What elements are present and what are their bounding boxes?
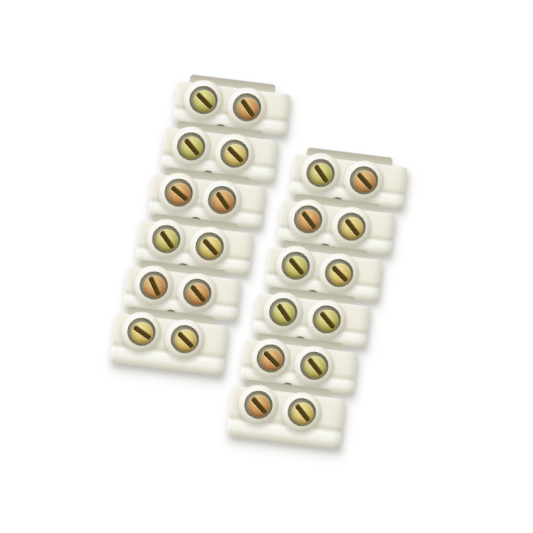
screw-slot — [184, 138, 201, 157]
screw-recess — [292, 204, 323, 235]
screw-slot — [307, 357, 323, 376]
screw-slot — [227, 146, 245, 164]
terminal-screw — [340, 216, 365, 241]
terminal-screw — [247, 394, 272, 419]
terminal-screw — [173, 328, 198, 353]
screw-recess — [163, 177, 194, 208]
screw-slot — [133, 325, 152, 341]
screw-slot — [170, 185, 189, 202]
screw-recess — [243, 389, 274, 420]
screw-slot — [295, 403, 311, 422]
screw-recess — [311, 304, 342, 335]
screw-slot — [276, 303, 292, 322]
terminal-screw — [130, 321, 155, 346]
screw-recess — [348, 165, 379, 196]
terminal-screw — [186, 282, 211, 307]
terminal-screw — [353, 169, 378, 194]
screw-recess — [182, 277, 213, 308]
screw-recess — [323, 258, 354, 289]
terminal-screw — [155, 228, 180, 253]
terminal-screw — [284, 255, 309, 280]
screw-slot — [159, 230, 175, 249]
terminal-screw — [192, 89, 217, 114]
screw-slot — [196, 92, 214, 110]
terminal-screw — [309, 162, 334, 187]
terminal-screw — [236, 96, 261, 121]
product-photo-canvas — [0, 0, 533, 533]
terminal-screw — [297, 208, 322, 233]
screw-recess — [336, 211, 367, 242]
terminal-screw — [315, 308, 340, 333]
screw-slot — [344, 218, 360, 237]
screw-recess — [305, 157, 336, 188]
screw-slot — [288, 257, 305, 276]
screw-recess — [126, 316, 157, 347]
screw-recess — [286, 397, 317, 428]
terminal-screw — [328, 262, 353, 287]
screw-recess — [219, 138, 250, 169]
screw-slot — [314, 164, 330, 183]
screw-recess — [151, 224, 182, 255]
screw-recess — [194, 231, 225, 262]
terminal-screw — [223, 143, 248, 168]
screw-slot — [240, 98, 256, 117]
screw-recess — [231, 92, 262, 123]
screw-slot — [215, 191, 231, 210]
screw-slot — [356, 172, 373, 190]
screw-recess — [255, 343, 286, 374]
screw-recess — [188, 84, 219, 115]
terminal-screw — [180, 135, 205, 160]
screw-recess — [206, 185, 237, 216]
screw-slot — [331, 265, 349, 283]
screw-slot — [301, 211, 317, 230]
terminal-screw — [211, 189, 236, 214]
screw-slot — [319, 311, 336, 330]
screw-recess — [138, 270, 169, 301]
terminal-screw — [167, 182, 192, 207]
terminal-screw — [303, 355, 328, 380]
screw-recess — [280, 250, 311, 281]
screw-slot — [148, 276, 161, 296]
screw-slot — [190, 284, 207, 303]
terminal-screw — [272, 301, 297, 326]
screw-recess — [299, 350, 330, 381]
terminal-screw — [290, 401, 315, 426]
screw-slot — [263, 350, 281, 368]
screw-slot — [177, 331, 195, 349]
screw-recess — [169, 324, 200, 355]
terminal-screw — [259, 347, 284, 372]
screw-recess — [268, 297, 299, 328]
terminal-screw — [142, 274, 167, 299]
terminal-screw — [198, 235, 223, 260]
screw-recess — [175, 131, 206, 162]
screw-slot — [251, 396, 268, 414]
screw-slot — [202, 238, 219, 256]
